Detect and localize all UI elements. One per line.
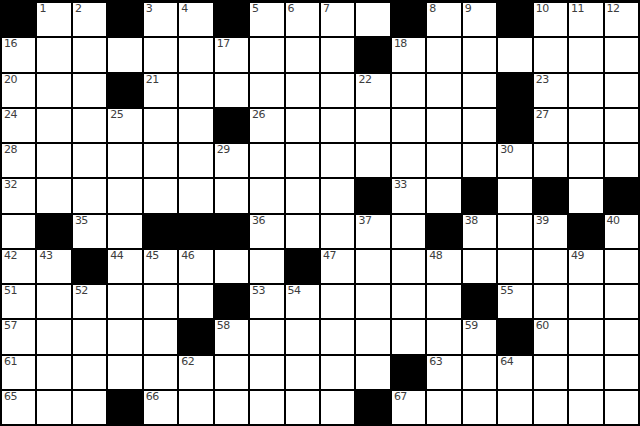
white-cell[interactable]: 32 xyxy=(2,179,35,212)
clue-number: 25 xyxy=(110,109,123,121)
black-cell xyxy=(498,109,531,142)
white-cell[interactable] xyxy=(463,144,496,177)
white-cell[interactable] xyxy=(534,144,567,177)
white-cell[interactable] xyxy=(321,215,354,248)
white-cell[interactable] xyxy=(37,144,70,177)
white-cell[interactable] xyxy=(463,74,496,107)
white-cell[interactable]: 61 xyxy=(2,356,35,389)
white-cell[interactable] xyxy=(179,144,212,177)
white-cell[interactable] xyxy=(427,74,460,107)
white-cell[interactable]: 28 xyxy=(2,144,35,177)
white-cell[interactable] xyxy=(144,320,177,353)
white-cell[interactable]: 37 xyxy=(356,215,389,248)
white-cell[interactable] xyxy=(215,356,248,389)
white-cell[interactable] xyxy=(392,215,425,248)
black-cell xyxy=(179,320,212,353)
white-cell[interactable] xyxy=(286,74,319,107)
clue-number: 55 xyxy=(500,285,513,297)
white-cell[interactable]: 63 xyxy=(427,356,460,389)
white-cell[interactable]: 48 xyxy=(427,250,460,283)
clue-number: 11 xyxy=(571,3,584,15)
white-cell[interactable]: 36 xyxy=(250,215,283,248)
white-cell[interactable] xyxy=(356,250,389,283)
white-cell[interactable] xyxy=(108,179,141,212)
white-cell[interactable] xyxy=(250,250,283,283)
clue-number: 51 xyxy=(4,285,17,297)
white-cell[interactable]: 35 xyxy=(73,215,106,248)
white-cell[interactable]: 38 xyxy=(463,215,496,248)
white-cell[interactable] xyxy=(37,74,70,107)
white-cell[interactable] xyxy=(73,179,106,212)
white-cell[interactable] xyxy=(356,285,389,318)
white-cell[interactable] xyxy=(392,250,425,283)
white-cell[interactable] xyxy=(569,391,602,424)
white-cell[interactable] xyxy=(286,179,319,212)
white-cell[interactable]: 11 xyxy=(569,3,602,36)
white-cell[interactable]: 3 xyxy=(144,3,177,36)
clue-number: 64 xyxy=(500,356,513,368)
black-cell xyxy=(392,356,425,389)
white-cell[interactable]: 1 xyxy=(37,3,70,36)
white-cell[interactable] xyxy=(356,144,389,177)
white-cell[interactable] xyxy=(605,320,638,353)
clue-number: 18 xyxy=(394,38,407,50)
white-cell[interactable] xyxy=(73,109,106,142)
white-cell[interactable] xyxy=(37,320,70,353)
white-cell[interactable] xyxy=(37,179,70,212)
white-cell[interactable]: 66 xyxy=(144,391,177,424)
black-cell xyxy=(215,3,248,36)
white-cell[interactable] xyxy=(498,179,531,212)
white-cell[interactable]: 42 xyxy=(2,250,35,283)
white-cell[interactable]: 52 xyxy=(73,285,106,318)
white-cell[interactable]: 51 xyxy=(2,285,35,318)
white-cell[interactable]: 44 xyxy=(108,250,141,283)
black-cell xyxy=(179,215,212,248)
white-cell[interactable] xyxy=(463,250,496,283)
white-cell[interactable] xyxy=(427,109,460,142)
clue-number: 46 xyxy=(181,250,194,262)
white-cell[interactable] xyxy=(286,391,319,424)
black-cell xyxy=(534,179,567,212)
white-cell[interactable] xyxy=(250,144,283,177)
white-cell[interactable] xyxy=(108,215,141,248)
white-cell[interactable] xyxy=(286,38,319,71)
white-cell[interactable]: 2 xyxy=(73,3,106,36)
white-cell[interactable] xyxy=(179,74,212,107)
white-cell[interactable]: 39 xyxy=(534,215,567,248)
white-cell[interactable] xyxy=(250,391,283,424)
white-cell[interactable] xyxy=(179,179,212,212)
white-cell[interactable] xyxy=(534,391,567,424)
white-cell[interactable] xyxy=(569,38,602,71)
clue-number: 37 xyxy=(358,215,371,227)
white-cell[interactable]: 8 xyxy=(427,3,460,36)
white-cell[interactable] xyxy=(427,320,460,353)
white-cell[interactable]: 57 xyxy=(2,320,35,353)
clue-number: 27 xyxy=(536,109,549,121)
clue-number: 49 xyxy=(571,250,584,262)
white-cell[interactable] xyxy=(144,38,177,71)
white-cell[interactable]: 5 xyxy=(250,3,283,36)
white-cell[interactable] xyxy=(73,144,106,177)
clue-number: 20 xyxy=(4,74,17,86)
clue-number: 26 xyxy=(252,109,265,121)
black-cell xyxy=(498,3,531,36)
clue-number: 47 xyxy=(323,250,336,262)
white-cell[interactable]: 17 xyxy=(215,38,248,71)
white-cell[interactable] xyxy=(321,109,354,142)
clue-number: 60 xyxy=(536,320,549,332)
clue-number: 32 xyxy=(4,179,17,191)
clue-number: 40 xyxy=(607,215,620,227)
white-cell[interactable] xyxy=(356,320,389,353)
white-cell[interactable] xyxy=(73,38,106,71)
clue-number: 54 xyxy=(288,285,301,297)
clue-number: 21 xyxy=(146,74,159,86)
white-cell[interactable] xyxy=(286,215,319,248)
white-cell[interactable] xyxy=(250,38,283,71)
white-cell[interactable] xyxy=(321,144,354,177)
white-cell[interactable] xyxy=(250,356,283,389)
black-cell xyxy=(498,74,531,107)
clue-number: 66 xyxy=(146,391,159,403)
white-cell[interactable]: 6 xyxy=(286,3,319,36)
clue-number: 12 xyxy=(607,3,620,15)
white-cell[interactable] xyxy=(108,320,141,353)
white-cell[interactable] xyxy=(179,391,212,424)
clue-number: 8 xyxy=(429,3,436,15)
white-cell[interactable] xyxy=(427,391,460,424)
white-cell[interactable] xyxy=(73,391,106,424)
white-cell[interactable] xyxy=(321,356,354,389)
white-cell[interactable]: 25 xyxy=(108,109,141,142)
white-cell[interactable] xyxy=(392,320,425,353)
white-cell[interactable] xyxy=(392,74,425,107)
clue-number: 48 xyxy=(429,250,442,262)
white-cell[interactable] xyxy=(37,109,70,142)
black-cell xyxy=(108,3,141,36)
white-cell[interactable] xyxy=(37,391,70,424)
clue-number: 7 xyxy=(323,3,330,15)
white-cell[interactable] xyxy=(605,74,638,107)
black-cell xyxy=(498,320,531,353)
crossword-grid: 1234567891011121617182021222324252627282… xyxy=(0,0,640,426)
white-cell[interactable] xyxy=(605,356,638,389)
clue-number: 3 xyxy=(146,3,153,15)
black-cell xyxy=(356,179,389,212)
white-cell[interactable]: 49 xyxy=(569,250,602,283)
black-cell xyxy=(605,179,638,212)
white-cell[interactable] xyxy=(463,38,496,71)
white-cell[interactable] xyxy=(427,144,460,177)
white-cell[interactable]: 45 xyxy=(144,250,177,283)
clue-number: 33 xyxy=(394,179,407,191)
clue-number: 28 xyxy=(4,144,17,156)
black-cell xyxy=(2,3,35,36)
white-cell[interactable]: 62 xyxy=(179,356,212,389)
black-cell xyxy=(463,179,496,212)
white-cell[interactable] xyxy=(215,391,248,424)
white-cell[interactable]: 29 xyxy=(215,144,248,177)
black-cell xyxy=(215,109,248,142)
clue-number: 29 xyxy=(217,144,230,156)
white-cell[interactable]: 26 xyxy=(250,109,283,142)
black-cell xyxy=(392,3,425,36)
clue-number: 6 xyxy=(288,3,295,15)
black-cell xyxy=(356,391,389,424)
white-cell[interactable]: 27 xyxy=(534,109,567,142)
white-cell[interactable] xyxy=(569,74,602,107)
white-cell[interactable]: 33 xyxy=(392,179,425,212)
clue-number: 42 xyxy=(4,250,17,262)
white-cell[interactable] xyxy=(356,109,389,142)
white-cell[interactable] xyxy=(179,38,212,71)
black-cell xyxy=(215,285,248,318)
white-cell[interactable] xyxy=(498,391,531,424)
white-cell[interactable]: 4 xyxy=(179,3,212,36)
white-cell[interactable] xyxy=(250,179,283,212)
white-cell[interactable] xyxy=(108,38,141,71)
black-cell xyxy=(569,215,602,248)
white-cell[interactable] xyxy=(605,250,638,283)
white-cell[interactable] xyxy=(108,356,141,389)
clue-number: 58 xyxy=(217,320,230,332)
clue-number: 35 xyxy=(75,215,88,227)
white-cell[interactable]: 7 xyxy=(321,3,354,36)
white-cell[interactable] xyxy=(144,144,177,177)
white-cell[interactable]: 22 xyxy=(356,74,389,107)
white-cell[interactable]: 21 xyxy=(144,74,177,107)
white-cell[interactable] xyxy=(73,320,106,353)
white-cell[interactable] xyxy=(569,179,602,212)
white-cell[interactable] xyxy=(605,391,638,424)
black-cell xyxy=(73,250,106,283)
white-cell[interactable] xyxy=(498,215,531,248)
clue-number: 23 xyxy=(536,74,549,86)
white-cell[interactable]: 9 xyxy=(463,3,496,36)
clue-number: 36 xyxy=(252,215,265,227)
white-cell[interactable]: 20 xyxy=(2,74,35,107)
clue-number: 53 xyxy=(252,285,265,297)
black-cell xyxy=(37,215,70,248)
white-cell[interactable] xyxy=(534,356,567,389)
white-cell[interactable]: 18 xyxy=(392,38,425,71)
white-cell[interactable]: 12 xyxy=(605,3,638,36)
white-cell[interactable]: 43 xyxy=(37,250,70,283)
white-cell[interactable]: 55 xyxy=(498,285,531,318)
black-cell xyxy=(286,250,319,283)
clue-number: 67 xyxy=(394,391,407,403)
white-cell[interactable] xyxy=(250,74,283,107)
white-cell[interactable] xyxy=(605,285,638,318)
white-cell[interactable] xyxy=(179,285,212,318)
white-cell[interactable] xyxy=(321,38,354,71)
clue-number: 59 xyxy=(465,320,478,332)
white-cell[interactable]: 40 xyxy=(605,215,638,248)
clue-number: 65 xyxy=(4,391,17,403)
clue-number: 62 xyxy=(181,356,194,368)
white-cell[interactable] xyxy=(108,285,141,318)
white-cell[interactable] xyxy=(392,109,425,142)
clue-number: 22 xyxy=(358,74,371,86)
clue-number: 45 xyxy=(146,250,159,262)
white-cell[interactable] xyxy=(286,320,319,353)
white-cell[interactable] xyxy=(73,356,106,389)
white-cell[interactable] xyxy=(569,144,602,177)
white-cell[interactable] xyxy=(569,320,602,353)
white-cell[interactable] xyxy=(392,144,425,177)
white-cell[interactable] xyxy=(605,109,638,142)
black-cell xyxy=(108,391,141,424)
white-cell[interactable] xyxy=(144,285,177,318)
white-cell[interactable] xyxy=(392,285,425,318)
white-cell[interactable] xyxy=(37,285,70,318)
white-cell[interactable] xyxy=(569,109,602,142)
white-cell[interactable] xyxy=(144,179,177,212)
white-cell[interactable] xyxy=(2,215,35,248)
white-cell[interactable]: 53 xyxy=(250,285,283,318)
clue-number: 16 xyxy=(4,38,17,50)
white-cell[interactable] xyxy=(321,320,354,353)
clue-number: 61 xyxy=(4,356,17,368)
white-cell[interactable] xyxy=(356,356,389,389)
clue-number: 39 xyxy=(536,215,549,227)
white-cell[interactable] xyxy=(179,109,212,142)
clue-number: 30 xyxy=(500,144,513,156)
white-cell[interactable] xyxy=(605,144,638,177)
white-cell[interactable] xyxy=(321,179,354,212)
white-cell[interactable] xyxy=(498,250,531,283)
white-cell[interactable]: 60 xyxy=(534,320,567,353)
white-cell[interactable]: 64 xyxy=(498,356,531,389)
white-cell[interactable] xyxy=(321,285,354,318)
white-cell[interactable]: 10 xyxy=(534,3,567,36)
white-cell[interactable] xyxy=(286,109,319,142)
white-cell[interactable] xyxy=(321,391,354,424)
black-cell xyxy=(144,215,177,248)
white-cell[interactable] xyxy=(569,356,602,389)
black-cell xyxy=(108,74,141,107)
white-cell[interactable]: 47 xyxy=(321,250,354,283)
clue-number: 17 xyxy=(217,38,230,50)
white-cell[interactable] xyxy=(321,74,354,107)
white-cell[interactable]: 24 xyxy=(2,109,35,142)
white-cell[interactable] xyxy=(427,179,460,212)
white-cell[interactable] xyxy=(37,356,70,389)
white-cell[interactable]: 46 xyxy=(179,250,212,283)
white-cell[interactable]: 65 xyxy=(2,391,35,424)
clue-number: 38 xyxy=(465,215,478,227)
black-cell xyxy=(463,285,496,318)
clue-number: 43 xyxy=(39,250,52,262)
clue-number: 24 xyxy=(4,109,17,121)
white-cell[interactable] xyxy=(144,109,177,142)
white-cell[interactable] xyxy=(534,285,567,318)
white-cell[interactable] xyxy=(427,38,460,71)
white-cell[interactable] xyxy=(569,285,602,318)
white-cell[interactable] xyxy=(37,38,70,71)
white-cell[interactable] xyxy=(215,74,248,107)
white-cell[interactable] xyxy=(356,3,389,36)
white-cell[interactable] xyxy=(215,250,248,283)
clue-number: 52 xyxy=(75,285,88,297)
clue-number: 4 xyxy=(181,3,188,15)
white-cell[interactable] xyxy=(463,356,496,389)
clue-number: 2 xyxy=(75,3,82,15)
white-cell[interactable] xyxy=(144,356,177,389)
clue-number: 1 xyxy=(39,3,46,15)
white-cell[interactable] xyxy=(463,109,496,142)
white-cell[interactable] xyxy=(286,356,319,389)
white-cell[interactable] xyxy=(108,144,141,177)
white-cell[interactable]: 30 xyxy=(498,144,531,177)
clue-number: 10 xyxy=(536,3,549,15)
white-cell[interactable] xyxy=(463,391,496,424)
white-cell[interactable] xyxy=(534,250,567,283)
white-cell[interactable]: 59 xyxy=(463,320,496,353)
clue-number: 5 xyxy=(252,3,259,15)
white-cell[interactable] xyxy=(605,38,638,71)
clue-number: 63 xyxy=(429,356,442,368)
clue-number: 9 xyxy=(465,3,472,15)
white-cell[interactable] xyxy=(427,285,460,318)
white-cell[interactable]: 16 xyxy=(2,38,35,71)
white-cell[interactable]: 54 xyxy=(286,285,319,318)
clue-number: 44 xyxy=(110,250,123,262)
black-cell xyxy=(215,215,248,248)
black-cell xyxy=(356,38,389,71)
white-cell[interactable] xyxy=(250,320,283,353)
white-cell[interactable]: 23 xyxy=(534,74,567,107)
white-cell[interactable] xyxy=(286,144,319,177)
black-cell xyxy=(427,215,460,248)
white-cell[interactable] xyxy=(73,74,106,107)
white-cell[interactable] xyxy=(215,179,248,212)
clue-number: 57 xyxy=(4,320,17,332)
white-cell[interactable]: 58 xyxy=(215,320,248,353)
white-cell[interactable] xyxy=(498,38,531,71)
white-cell[interactable] xyxy=(534,38,567,71)
white-cell[interactable]: 67 xyxy=(392,391,425,424)
